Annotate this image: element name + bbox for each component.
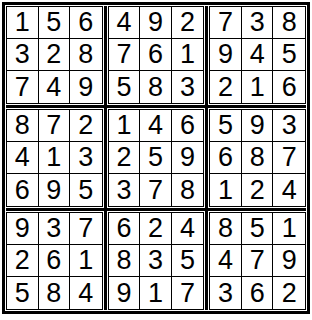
cell-r4c4: 5 <box>140 142 172 174</box>
cell-r7c8: 9 <box>273 245 305 277</box>
cell-r8c8: 2 <box>273 277 305 309</box>
cell-r4c0: 4 <box>7 142 39 174</box>
cell-r0c3: 4 <box>109 7 141 39</box>
cell-r1c4: 6 <box>140 39 172 71</box>
cell-r7c7: 7 <box>242 245 274 277</box>
cell-r7c0: 2 <box>7 245 39 277</box>
cell-r0c4: 9 <box>140 7 172 39</box>
cell-r0c8: 8 <box>273 7 305 39</box>
cell-r3c6: 5 <box>210 110 242 142</box>
cell-r2c5: 3 <box>172 71 204 103</box>
cell-r7c2: 1 <box>70 245 102 277</box>
cell-r2c1: 4 <box>39 71 71 103</box>
cell-r6c7: 5 <box>242 213 274 245</box>
box-2: 7 3 8 9 4 5 2 1 6 <box>209 6 306 104</box>
cell-r3c4: 4 <box>140 110 172 142</box>
cell-r1c0: 3 <box>7 39 39 71</box>
cell-r1c8: 5 <box>273 39 305 71</box>
cell-r2c7: 1 <box>242 71 274 103</box>
cell-r6c2: 7 <box>70 213 102 245</box>
cell-r8c1: 8 <box>39 277 71 309</box>
cell-r6c3: 6 <box>109 213 141 245</box>
sudoku-board: 1 5 6 3 2 8 7 4 9 4 9 2 7 6 1 5 8 3 7 3 … <box>2 2 310 314</box>
box-8: 8 5 1 4 7 9 3 6 2 <box>209 212 306 310</box>
cell-r0c0: 1 <box>7 7 39 39</box>
cell-r8c2: 4 <box>70 277 102 309</box>
cell-r1c2: 8 <box>70 39 102 71</box>
cell-r6c6: 8 <box>210 213 242 245</box>
box-3: 8 7 2 4 1 3 6 9 5 <box>6 109 103 207</box>
cell-r2c4: 8 <box>140 71 172 103</box>
cell-r7c1: 6 <box>39 245 71 277</box>
cell-r3c2: 2 <box>70 110 102 142</box>
thick-separator-vertical-1 <box>104 6 107 310</box>
cell-r3c3: 1 <box>109 110 141 142</box>
cell-r2c2: 9 <box>70 71 102 103</box>
cell-r4c5: 9 <box>172 142 204 174</box>
cell-r8c4: 1 <box>140 277 172 309</box>
cell-r3c7: 9 <box>242 110 274 142</box>
cell-r3c5: 6 <box>172 110 204 142</box>
cell-r5c2: 5 <box>70 174 102 206</box>
cell-r6c4: 2 <box>140 213 172 245</box>
cell-r5c8: 4 <box>273 174 305 206</box>
cell-r4c2: 3 <box>70 142 102 174</box>
cell-r5c6: 1 <box>210 174 242 206</box>
cell-r1c1: 2 <box>39 39 71 71</box>
cell-r3c8: 3 <box>273 110 305 142</box>
cell-r3c0: 8 <box>7 110 39 142</box>
thick-separator-vertical-2 <box>205 6 208 310</box>
box-6: 9 3 7 2 6 1 5 8 4 <box>6 212 103 310</box>
cell-r5c4: 7 <box>140 174 172 206</box>
cell-r5c1: 9 <box>39 174 71 206</box>
cell-r5c0: 6 <box>7 174 39 206</box>
cell-r4c8: 7 <box>273 142 305 174</box>
cell-r4c1: 1 <box>39 142 71 174</box>
sudoku-board-inner: 1 5 6 3 2 8 7 4 9 4 9 2 7 6 1 5 8 3 7 3 … <box>6 6 306 310</box>
cell-r8c7: 6 <box>242 277 274 309</box>
cell-r5c7: 2 <box>242 174 274 206</box>
box-4: 1 4 6 2 5 9 3 7 8 <box>108 109 205 207</box>
cell-r5c3: 3 <box>109 174 141 206</box>
cell-r2c8: 6 <box>273 71 305 103</box>
cell-r0c2: 6 <box>70 7 102 39</box>
box-7: 6 2 4 8 3 5 9 1 7 <box>108 212 205 310</box>
cell-r4c6: 6 <box>210 142 242 174</box>
box-0: 1 5 6 3 2 8 7 4 9 <box>6 6 103 104</box>
cell-r8c6: 3 <box>210 277 242 309</box>
cell-r8c3: 9 <box>109 277 141 309</box>
cell-r0c5: 2 <box>172 7 204 39</box>
cell-r7c3: 8 <box>109 245 141 277</box>
cell-r3c1: 7 <box>39 110 71 142</box>
cell-r8c0: 5 <box>7 277 39 309</box>
cell-r0c1: 5 <box>39 7 71 39</box>
cell-r6c1: 3 <box>39 213 71 245</box>
cell-r7c5: 5 <box>172 245 204 277</box>
cell-r6c8: 1 <box>273 213 305 245</box>
box-5: 5 9 3 6 8 7 1 2 4 <box>209 109 306 207</box>
box-1: 4 9 2 7 6 1 5 8 3 <box>108 6 205 104</box>
thick-separator-horizontal-1 <box>6 105 306 108</box>
cell-r4c3: 2 <box>109 142 141 174</box>
cell-r1c3: 7 <box>109 39 141 71</box>
cell-r5c5: 8 <box>172 174 204 206</box>
cell-r7c6: 4 <box>210 245 242 277</box>
thick-separator-horizontal-2 <box>6 208 306 211</box>
cell-r1c5: 1 <box>172 39 204 71</box>
cell-r2c6: 2 <box>210 71 242 103</box>
cell-r2c0: 7 <box>7 71 39 103</box>
cell-r0c7: 3 <box>242 7 274 39</box>
cell-r7c4: 3 <box>140 245 172 277</box>
cell-r8c5: 7 <box>172 277 204 309</box>
cell-r1c6: 9 <box>210 39 242 71</box>
cell-r0c6: 7 <box>210 7 242 39</box>
cell-r1c7: 4 <box>242 39 274 71</box>
cell-r2c3: 5 <box>109 71 141 103</box>
cell-r6c5: 4 <box>172 213 204 245</box>
cell-r4c7: 8 <box>242 142 274 174</box>
cell-r6c0: 9 <box>7 213 39 245</box>
